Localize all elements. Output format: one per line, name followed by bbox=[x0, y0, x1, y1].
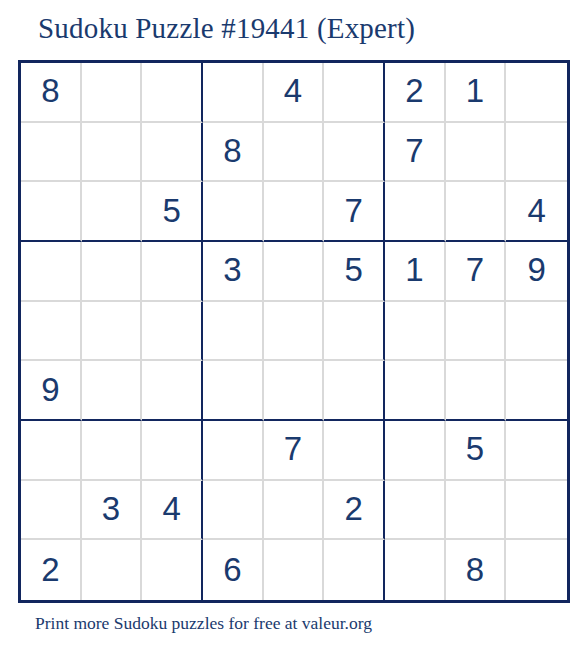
sudoku-cell bbox=[142, 540, 203, 600]
sudoku-cell bbox=[385, 481, 446, 541]
sudoku-cell bbox=[203, 421, 264, 481]
sudoku-cell bbox=[21, 242, 82, 302]
sudoku-cell bbox=[324, 302, 385, 362]
sudoku-cell bbox=[324, 123, 385, 183]
sudoku-cell bbox=[82, 361, 143, 421]
sudoku-cell bbox=[506, 123, 567, 183]
sudoku-cell bbox=[203, 481, 264, 541]
sudoku-cell bbox=[324, 421, 385, 481]
sudoku-cell: 9 bbox=[506, 242, 567, 302]
sudoku-cell bbox=[385, 182, 446, 242]
sudoku-cell bbox=[446, 361, 507, 421]
sudoku-cell bbox=[203, 182, 264, 242]
sudoku-cell bbox=[385, 361, 446, 421]
sudoku-cell bbox=[21, 123, 82, 183]
sudoku-cell: 6 bbox=[203, 540, 264, 600]
sudoku-cell bbox=[385, 540, 446, 600]
sudoku-cell: 1 bbox=[446, 63, 507, 123]
sudoku-cell bbox=[142, 361, 203, 421]
sudoku-cell bbox=[446, 302, 507, 362]
sudoku-cell bbox=[82, 540, 143, 600]
sudoku-cell: 4 bbox=[142, 481, 203, 541]
sudoku-cell bbox=[142, 421, 203, 481]
sudoku-cell: 3 bbox=[203, 242, 264, 302]
sudoku-cell bbox=[82, 242, 143, 302]
sudoku-cell bbox=[21, 302, 82, 362]
sudoku-cell bbox=[82, 123, 143, 183]
sudoku-cell bbox=[264, 540, 325, 600]
sudoku-cell bbox=[506, 481, 567, 541]
sudoku-cell bbox=[264, 242, 325, 302]
sudoku-cell bbox=[142, 302, 203, 362]
sudoku-cell bbox=[324, 63, 385, 123]
sudoku-cell: 8 bbox=[203, 123, 264, 183]
sudoku-cell bbox=[142, 242, 203, 302]
sudoku-cell: 3 bbox=[82, 481, 143, 541]
sudoku-cell bbox=[506, 540, 567, 600]
sudoku-cell: 5 bbox=[142, 182, 203, 242]
sudoku-cell: 5 bbox=[446, 421, 507, 481]
sudoku-cell bbox=[446, 481, 507, 541]
sudoku-cell bbox=[506, 421, 567, 481]
sudoku-cell: 9 bbox=[21, 361, 82, 421]
sudoku-cell bbox=[324, 540, 385, 600]
sudoku-cell bbox=[82, 63, 143, 123]
sudoku-cell bbox=[264, 182, 325, 242]
sudoku-cell bbox=[264, 302, 325, 362]
sudoku-cell bbox=[21, 182, 82, 242]
sudoku-cell: 2 bbox=[385, 63, 446, 123]
sudoku-cell bbox=[264, 361, 325, 421]
sudoku-cell bbox=[203, 63, 264, 123]
sudoku-cell bbox=[21, 481, 82, 541]
sudoku-cell: 7 bbox=[446, 242, 507, 302]
sudoku-cell: 1 bbox=[385, 242, 446, 302]
sudoku-cell bbox=[446, 182, 507, 242]
sudoku-cell bbox=[264, 481, 325, 541]
page-title: Sudoku Puzzle #19441 (Expert) bbox=[38, 12, 415, 45]
sudoku-cell bbox=[385, 421, 446, 481]
sudoku-cell: 2 bbox=[324, 481, 385, 541]
sudoku-cell bbox=[203, 302, 264, 362]
sudoku-cell bbox=[203, 361, 264, 421]
sudoku-cell bbox=[506, 361, 567, 421]
sudoku-cell bbox=[385, 302, 446, 362]
sudoku-cell: 2 bbox=[21, 540, 82, 600]
sudoku-cell: 7 bbox=[385, 123, 446, 183]
sudoku-cell: 4 bbox=[506, 182, 567, 242]
sudoku-cell bbox=[21, 421, 82, 481]
sudoku-cell: 8 bbox=[446, 540, 507, 600]
sudoku-cell: 4 bbox=[264, 63, 325, 123]
sudoku-cell bbox=[82, 421, 143, 481]
sudoku-cell bbox=[506, 302, 567, 362]
sudoku-cell bbox=[82, 302, 143, 362]
sudoku-cell bbox=[264, 123, 325, 183]
sudoku-cell bbox=[446, 123, 507, 183]
sudoku-cell bbox=[324, 361, 385, 421]
sudoku-cell bbox=[506, 63, 567, 123]
sudoku-cell: 8 bbox=[21, 63, 82, 123]
sudoku-cell bbox=[142, 63, 203, 123]
sudoku-cell bbox=[82, 182, 143, 242]
page: Sudoku Puzzle #19441 (Expert) 8421875743… bbox=[0, 0, 580, 651]
sudoku-board: 84218757435179975342268 bbox=[18, 60, 570, 603]
footer-text: Print more Sudoku puzzles for free at va… bbox=[35, 613, 372, 634]
sudoku-cell: 7 bbox=[264, 421, 325, 481]
sudoku-cell: 7 bbox=[324, 182, 385, 242]
sudoku-cell: 5 bbox=[324, 242, 385, 302]
sudoku-cell bbox=[142, 123, 203, 183]
